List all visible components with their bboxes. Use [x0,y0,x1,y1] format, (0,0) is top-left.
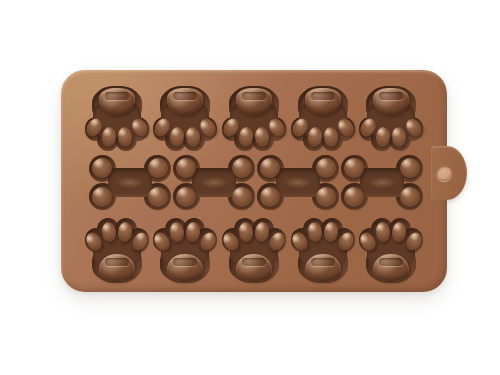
paw-cavity [85,84,149,151]
paw-cavity [359,84,423,151]
paw-pad-bump [305,254,341,281]
bone-dome-bump [176,158,196,178]
pad-slot [379,258,402,266]
bone-cavity [172,155,256,210]
paw-pad-bump [373,254,409,281]
paw-cavity [291,218,355,285]
bone-dome-bump [344,158,364,178]
bone-dome-bump [232,158,252,178]
bone-cavity [340,155,424,210]
pad-slot [105,258,128,266]
pad-slot [173,258,196,266]
pad-slot [379,92,402,100]
pad-slot [242,258,265,266]
bone-dome-bump [176,187,196,207]
bone-dome-bump [148,158,168,178]
paw-cavity [153,84,217,151]
bone-dome-bump [260,187,280,207]
bone-cavity [256,155,340,210]
bone-bar-sheen [284,177,312,188]
paw-cavity [291,84,355,151]
bone-bar-sheen [200,177,228,188]
tab-hole-icon [436,165,452,181]
bone-dome-bump [92,187,112,207]
hanging-tab [431,146,467,200]
pad-slot [173,92,196,100]
paw-pad-bump [167,254,203,281]
pad-slot [242,92,265,100]
paw-cavity [153,218,217,285]
bone-dome-bump [260,158,280,178]
bone-cavity [88,155,172,210]
bone-dome-bump [232,187,252,207]
paw-cavity [85,218,149,285]
paw-cavity [359,218,423,285]
bone-dome-bump [316,158,336,178]
paw-pad-bump [99,254,135,281]
paw-cavity [222,84,286,151]
pad-slot [105,92,128,100]
bone-dome-bump [344,187,364,207]
bone-dome-bump [92,158,112,178]
photo-canvas [0,0,500,375]
paw-pad-bump [236,254,272,281]
pad-slot [311,92,334,100]
bone-dome-bump [316,187,336,207]
silicone-mold [61,70,447,292]
paw-cavity [222,218,286,285]
bone-bar-sheen [116,177,144,188]
pad-slot [311,258,334,266]
bone-dome-bump [400,187,420,207]
bone-dome-bump [400,158,420,178]
bone-bar-sheen [368,177,396,188]
bone-dome-bump [148,187,168,207]
